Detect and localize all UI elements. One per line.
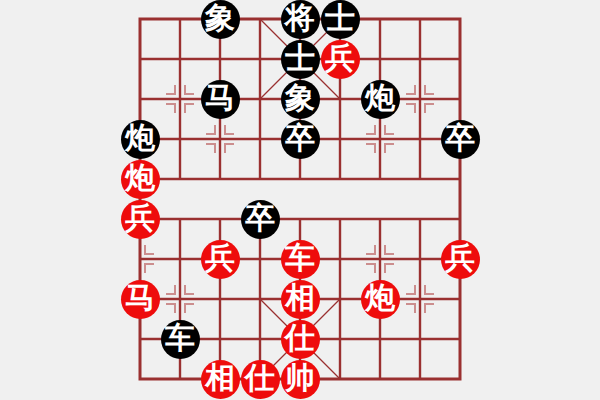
- intersection-a4: [120, 239, 160, 279]
- piece-black-chariot-b2[interactable]: 车: [161, 320, 200, 359]
- intersection-e9: 士: [280, 39, 320, 79]
- intersection-i2: [440, 319, 480, 359]
- intersection-i9: [440, 39, 480, 79]
- piece-black-horse-c8[interactable]: 马: [201, 80, 240, 119]
- piece-black-elephant-c10[interactable]: 象: [201, 0, 240, 39]
- intersection-f10: 士: [320, 0, 360, 39]
- intersection-e5: [280, 199, 320, 239]
- intersection-a5: 兵: [120, 199, 160, 239]
- intersection-f4: [320, 239, 360, 279]
- piece-glyph: 仕: [245, 363, 275, 393]
- piece-glyph: 象: [205, 3, 235, 33]
- piece-glyph: 士: [285, 43, 315, 73]
- piece-glyph: 象: [285, 83, 315, 113]
- intersection-f8: [320, 79, 360, 119]
- intersection-b7: [160, 119, 200, 159]
- intersection-a2: [120, 319, 160, 359]
- piece-glyph: 仕: [285, 323, 315, 353]
- intersection-i3: [440, 279, 480, 319]
- piece-glyph: 马: [205, 83, 235, 113]
- piece-red-soldier-a5[interactable]: 兵: [121, 200, 160, 239]
- intersection-d2: [240, 319, 280, 359]
- intersection-h1: [400, 359, 440, 399]
- piece-red-soldier-i4[interactable]: 兵: [441, 240, 480, 279]
- intersection-i8: [440, 79, 480, 119]
- intersection-g1: [360, 359, 400, 399]
- piece-glyph: 炮: [125, 163, 155, 193]
- piece-glyph: 车: [285, 243, 315, 273]
- xiangqi-board: 象将士士兵马象炮炮卒卒炮兵卒兵车兵马相炮车仕相仕帅: [0, 0, 600, 400]
- piece-glyph: 士: [325, 3, 355, 33]
- intersection-b3: [160, 279, 200, 319]
- intersection-a7: 炮: [120, 119, 160, 159]
- intersection-d1: 仕: [240, 359, 280, 399]
- intersection-d10: [240, 0, 280, 39]
- intersection-h5: [400, 199, 440, 239]
- piece-glyph: 兵: [205, 243, 235, 273]
- intersection-b2: 车: [160, 319, 200, 359]
- intersection-d4: [240, 239, 280, 279]
- intersection-e1: 帅: [280, 359, 320, 399]
- intersection-d6: [240, 159, 280, 199]
- intersection-g6: [360, 159, 400, 199]
- intersection-g5: [360, 199, 400, 239]
- intersection-c10: 象: [200, 0, 240, 39]
- intersection-b5: [160, 199, 200, 239]
- intersection-e6: [280, 159, 320, 199]
- piece-black-advisor-f10[interactable]: 士: [321, 0, 360, 39]
- intersection-c1: 相: [200, 359, 240, 399]
- piece-glyph: 帅: [285, 363, 315, 393]
- intersection-c5: [200, 199, 240, 239]
- intersection-a10: [120, 0, 160, 39]
- piece-red-general-e1[interactable]: 帅: [281, 360, 320, 399]
- intersection-a8: [120, 79, 160, 119]
- intersection-h6: [400, 159, 440, 199]
- piece-black-cannon-a7[interactable]: 炮: [121, 120, 160, 159]
- piece-glyph: 卒: [445, 123, 475, 153]
- intersection-a1: [120, 359, 160, 399]
- intersection-b4: [160, 239, 200, 279]
- intersection-i7: 卒: [440, 119, 480, 159]
- intersection-b10: [160, 0, 200, 39]
- intersection-i10: [440, 0, 480, 39]
- intersection-g3: 炮: [360, 279, 400, 319]
- intersection-i5: [440, 199, 480, 239]
- piece-glyph: 卒: [285, 123, 315, 153]
- piece-glyph: 兵: [325, 43, 355, 73]
- piece-black-general-e10[interactable]: 将: [281, 0, 320, 39]
- intersection-i6: [440, 159, 480, 199]
- intersection-d5: 卒: [240, 199, 280, 239]
- piece-black-soldier-i7[interactable]: 卒: [441, 120, 480, 159]
- piece-red-cannon-a6[interactable]: 炮: [121, 160, 160, 199]
- intersection-f9: 兵: [320, 39, 360, 79]
- intersection-i1: [440, 359, 480, 399]
- piece-glyph: 相: [285, 283, 315, 313]
- intersection-g2: [360, 319, 400, 359]
- intersection-c6: [200, 159, 240, 199]
- intersection-f7: [320, 119, 360, 159]
- piece-glyph: 马: [125, 283, 155, 313]
- intersection-h10: [400, 0, 440, 39]
- intersection-e8: 象: [280, 79, 320, 119]
- intersection-d7: [240, 119, 280, 159]
- piece-glyph: 卒: [245, 203, 275, 233]
- piece-grid: 象将士士兵马象炮炮卒卒炮兵卒兵车兵马相炮车仕相仕帅: [120, 0, 480, 399]
- intersection-b6: [160, 159, 200, 199]
- intersection-c4: 兵: [200, 239, 240, 279]
- piece-red-horse-a3[interactable]: 马: [121, 280, 160, 319]
- intersection-e10: 将: [280, 0, 320, 39]
- intersection-f3: [320, 279, 360, 319]
- intersection-b8: [160, 79, 200, 119]
- piece-red-elephant-c1[interactable]: 相: [201, 360, 240, 399]
- piece-red-advisor-d1[interactable]: 仕: [241, 360, 280, 399]
- intersection-c2: [200, 319, 240, 359]
- intersection-a3: 马: [120, 279, 160, 319]
- intersection-c3: [200, 279, 240, 319]
- intersection-g7: [360, 119, 400, 159]
- piece-black-soldier-e7[interactable]: 卒: [281, 120, 320, 159]
- intersection-a6: 炮: [120, 159, 160, 199]
- piece-black-elephant-e8[interactable]: 象: [281, 80, 320, 119]
- intersection-f5: [320, 199, 360, 239]
- intersection-g9: [360, 39, 400, 79]
- intersection-e7: 卒: [280, 119, 320, 159]
- intersection-c9: [200, 39, 240, 79]
- piece-glyph: 炮: [365, 283, 395, 313]
- intersection-e2: 仕: [280, 319, 320, 359]
- intersection-i4: 兵: [440, 239, 480, 279]
- piece-glyph: 相: [205, 363, 235, 393]
- intersection-g8: 炮: [360, 79, 400, 119]
- intersection-d3: [240, 279, 280, 319]
- intersection-h3: [400, 279, 440, 319]
- intersection-b9: [160, 39, 200, 79]
- piece-red-chariot-e4[interactable]: 车: [281, 240, 320, 279]
- intersection-d8: [240, 79, 280, 119]
- intersection-g10: [360, 0, 400, 39]
- piece-black-advisor-e9[interactable]: 士: [281, 40, 320, 79]
- intersection-f6: [320, 159, 360, 199]
- piece-glyph: 将: [285, 3, 315, 33]
- piece-black-soldier-d5[interactable]: 卒: [241, 200, 280, 239]
- intersection-h7: [400, 119, 440, 159]
- intersection-b1: [160, 359, 200, 399]
- piece-red-soldier-c4[interactable]: 兵: [201, 240, 240, 279]
- intersection-h2: [400, 319, 440, 359]
- piece-glyph: 兵: [445, 243, 475, 273]
- intersection-c8: 马: [200, 79, 240, 119]
- intersection-f2: [320, 319, 360, 359]
- intersection-f1: [320, 359, 360, 399]
- intersection-c7: [200, 119, 240, 159]
- piece-glyph: 车: [165, 323, 195, 353]
- intersection-a9: [120, 39, 160, 79]
- piece-red-cannon-g3[interactable]: 炮: [361, 280, 400, 319]
- piece-glyph: 炮: [125, 123, 155, 153]
- intersection-h8: [400, 79, 440, 119]
- piece-red-advisor-e2[interactable]: 仕: [281, 320, 320, 359]
- intersection-e3: 相: [280, 279, 320, 319]
- piece-black-cannon-g8[interactable]: 炮: [361, 80, 400, 119]
- intersection-h9: [400, 39, 440, 79]
- piece-red-elephant-e3[interactable]: 相: [281, 280, 320, 319]
- intersection-e4: 车: [280, 239, 320, 279]
- intersection-d9: [240, 39, 280, 79]
- piece-glyph: 兵: [125, 203, 155, 233]
- piece-glyph: 炮: [365, 83, 395, 113]
- intersection-g4: [360, 239, 400, 279]
- intersection-h4: [400, 239, 440, 279]
- piece-red-soldier-f9[interactable]: 兵: [321, 40, 360, 79]
